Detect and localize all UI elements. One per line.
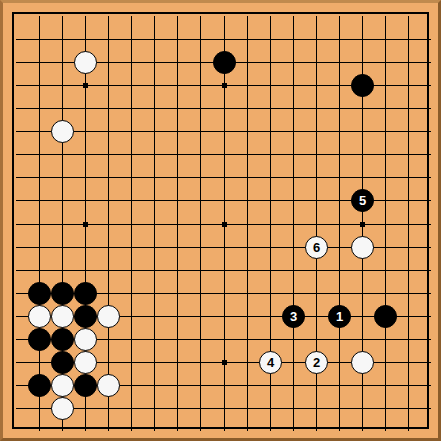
- grid-line-horizontal: [16, 408, 431, 409]
- black-stone: 3: [282, 305, 305, 328]
- black-stone: [51, 282, 74, 305]
- grid-line-vertical: [293, 16, 294, 431]
- white-stone: [97, 305, 120, 328]
- black-stone: [351, 74, 374, 97]
- black-stone: 1: [328, 305, 351, 328]
- white-stone: [351, 351, 374, 374]
- grid-line-horizontal: [16, 270, 431, 271]
- black-stone: [213, 51, 236, 74]
- white-stone: [51, 397, 74, 420]
- star-point: [83, 83, 88, 88]
- black-stone: [28, 374, 51, 397]
- star-point: [83, 222, 88, 227]
- grid-line-vertical: [247, 16, 248, 431]
- black-stone: [74, 305, 97, 328]
- black-stone: [74, 374, 97, 397]
- star-point: [360, 222, 365, 227]
- move-number: 2: [313, 356, 320, 369]
- white-stone: [74, 328, 97, 351]
- white-stone: [74, 351, 97, 374]
- grid-line-vertical: [408, 16, 409, 431]
- move-number: 1: [336, 310, 343, 323]
- grid-line-vertical: [339, 16, 340, 431]
- go-board: 563142: [0, 0, 441, 441]
- black-stone: 5: [351, 189, 374, 212]
- move-number: 4: [267, 356, 274, 369]
- white-stone: 4: [259, 351, 282, 374]
- black-stone: [28, 282, 51, 305]
- star-point: [222, 83, 227, 88]
- grid-line-vertical: [385, 16, 386, 431]
- white-stone: 2: [305, 351, 328, 374]
- star-point: [222, 360, 227, 365]
- move-number: 5: [359, 194, 366, 207]
- black-stone: [28, 328, 51, 351]
- black-stone: [374, 305, 397, 328]
- white-stone: 6: [305, 236, 328, 259]
- white-stone: [97, 374, 120, 397]
- move-number: 3: [290, 310, 297, 323]
- white-stone: [51, 374, 74, 397]
- star-point: [222, 222, 227, 227]
- white-stone: [51, 120, 74, 143]
- white-stone: [28, 305, 51, 328]
- white-stone: [351, 236, 374, 259]
- black-stone: [51, 328, 74, 351]
- white-stone: [51, 305, 74, 328]
- move-number: 6: [313, 241, 320, 254]
- black-stone: [51, 351, 74, 374]
- white-stone: [74, 51, 97, 74]
- black-stone: [74, 282, 97, 305]
